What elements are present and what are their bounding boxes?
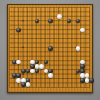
stone-black xyxy=(48,46,53,51)
stone-white xyxy=(57,14,62,19)
stone-black xyxy=(21,69,26,74)
stone-black xyxy=(89,78,94,83)
go-board[interactable] xyxy=(7,4,93,93)
stone-white xyxy=(48,73,53,78)
stone-white xyxy=(39,64,44,69)
stone-white xyxy=(76,46,81,51)
stone-black xyxy=(21,82,26,87)
app-background xyxy=(0,0,100,100)
